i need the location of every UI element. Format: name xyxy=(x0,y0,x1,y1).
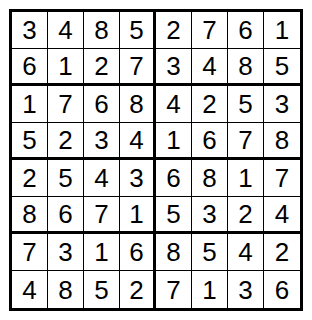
cell-r8c6[interactable]: 1 xyxy=(192,271,228,308)
cell-r7c8[interactable]: 2 xyxy=(264,234,300,271)
cell-r1c8[interactable]: 1 xyxy=(264,12,300,49)
cell-r8c7[interactable]: 3 xyxy=(228,271,264,308)
cell-r4c1[interactable]: 5 xyxy=(12,123,48,160)
cell-r8c5[interactable]: 7 xyxy=(156,271,192,308)
cell-r2c7[interactable]: 8 xyxy=(228,49,264,86)
cell-r3c8[interactable]: 3 xyxy=(264,86,300,123)
cell-r7c1[interactable]: 7 xyxy=(12,234,48,271)
cell-r8c1[interactable]: 4 xyxy=(12,271,48,308)
cell-r5c1[interactable]: 2 xyxy=(12,160,48,197)
cell-r4c2[interactable]: 2 xyxy=(48,123,84,160)
cell-r2c3[interactable]: 2 xyxy=(84,49,120,86)
cell-r7c2[interactable]: 3 xyxy=(48,234,84,271)
cell-r8c2[interactable]: 8 xyxy=(48,271,84,308)
cell-r5c3[interactable]: 4 xyxy=(84,160,120,197)
cell-r1c5[interactable]: 2 xyxy=(156,12,192,49)
cell-r1c1[interactable]: 3 xyxy=(12,12,48,49)
cell-r3c4[interactable]: 8 xyxy=(120,86,156,123)
cell-r1c3[interactable]: 8 xyxy=(84,12,120,49)
cell-r1c7[interactable]: 6 xyxy=(228,12,264,49)
cell-r2c1[interactable]: 6 xyxy=(12,49,48,86)
cell-r4c6[interactable]: 6 xyxy=(192,123,228,160)
cell-r8c4[interactable]: 2 xyxy=(120,271,156,308)
cell-r2c8[interactable]: 5 xyxy=(264,49,300,86)
cell-r5c4[interactable]: 3 xyxy=(120,160,156,197)
cell-r4c7[interactable]: 7 xyxy=(228,123,264,160)
cell-r2c5[interactable]: 3 xyxy=(156,49,192,86)
cell-r6c2[interactable]: 6 xyxy=(48,197,84,234)
cell-r3c2[interactable]: 7 xyxy=(48,86,84,123)
cell-r5c8[interactable]: 7 xyxy=(264,160,300,197)
cell-r7c7[interactable]: 4 xyxy=(228,234,264,271)
cell-r6c3[interactable]: 7 xyxy=(84,197,120,234)
cell-r6c4[interactable]: 1 xyxy=(120,197,156,234)
cell-r7c6[interactable]: 5 xyxy=(192,234,228,271)
cell-r3c3[interactable]: 6 xyxy=(84,86,120,123)
cell-r8c3[interactable]: 5 xyxy=(84,271,120,308)
cell-r4c5[interactable]: 1 xyxy=(156,123,192,160)
cell-r4c4[interactable]: 4 xyxy=(120,123,156,160)
cell-r7c5[interactable]: 8 xyxy=(156,234,192,271)
cell-r5c7[interactable]: 1 xyxy=(228,160,264,197)
cell-r5c6[interactable]: 8 xyxy=(192,160,228,197)
cell-r6c6[interactable]: 3 xyxy=(192,197,228,234)
cell-r6c1[interactable]: 8 xyxy=(12,197,48,234)
cell-r4c8[interactable]: 8 xyxy=(264,123,300,160)
cell-r6c5[interactable]: 5 xyxy=(156,197,192,234)
cell-r2c2[interactable]: 1 xyxy=(48,49,84,86)
cell-r3c1[interactable]: 1 xyxy=(12,86,48,123)
cell-r2c6[interactable]: 4 xyxy=(192,49,228,86)
cell-r1c2[interactable]: 4 xyxy=(48,12,84,49)
cell-r8c8[interactable]: 6 xyxy=(264,271,300,308)
cell-r3c5[interactable]: 4 xyxy=(156,86,192,123)
cell-r7c3[interactable]: 1 xyxy=(84,234,120,271)
sudoku-board: 3485276161273485176842535234167825436817… xyxy=(9,9,303,311)
cell-r6c7[interactable]: 2 xyxy=(228,197,264,234)
cell-r5c2[interactable]: 5 xyxy=(48,160,84,197)
cell-r7c4[interactable]: 6 xyxy=(120,234,156,271)
cell-r2c4[interactable]: 7 xyxy=(120,49,156,86)
cell-r5c5[interactable]: 6 xyxy=(156,160,192,197)
cell-r4c3[interactable]: 3 xyxy=(84,123,120,160)
cell-r1c6[interactable]: 7 xyxy=(192,12,228,49)
cell-r6c8[interactable]: 4 xyxy=(264,197,300,234)
cell-r1c4[interactable]: 5 xyxy=(120,12,156,49)
cell-r3c7[interactable]: 5 xyxy=(228,86,264,123)
cell-r3c6[interactable]: 2 xyxy=(192,86,228,123)
